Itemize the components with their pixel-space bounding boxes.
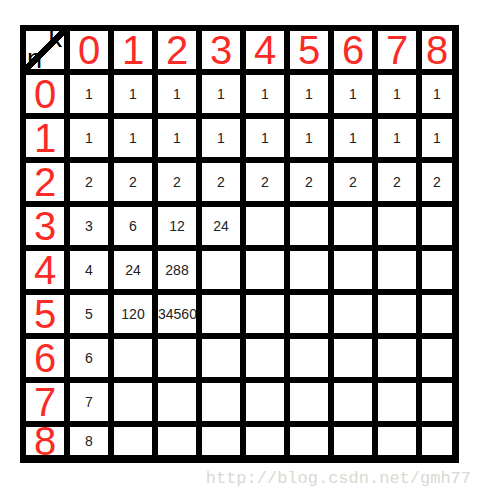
cell-n7-k0: 7 bbox=[70, 383, 108, 421]
cell-n2-k1: 2 bbox=[114, 163, 152, 201]
cell-n3-k2: 12 bbox=[158, 207, 196, 245]
cell-n7-k3 bbox=[202, 383, 240, 421]
cell-n5-k2: 34560 bbox=[158, 295, 196, 333]
cell-n2-k8: 2 bbox=[422, 163, 452, 201]
cell-n7-k1 bbox=[114, 383, 152, 421]
corner-label-k: k bbox=[49, 25, 63, 52]
cell-n4-k1: 24 bbox=[114, 251, 152, 289]
cell-n8-k4 bbox=[246, 427, 284, 455]
col-header-5: 5 bbox=[290, 31, 328, 69]
cell-n0-k6: 1 bbox=[334, 75, 372, 113]
cell-n5-k1: 120 bbox=[114, 295, 152, 333]
cell-n5-k5 bbox=[290, 295, 328, 333]
cell-n8-k7 bbox=[378, 427, 416, 455]
row-header-1: 1 bbox=[26, 119, 64, 157]
cell-n0-k3: 1 bbox=[202, 75, 240, 113]
cell-n4-k3 bbox=[202, 251, 240, 289]
cell-n1-k8: 1 bbox=[422, 119, 452, 157]
cell-n6-k4 bbox=[246, 339, 284, 377]
cell-n7-k8 bbox=[422, 383, 452, 421]
cell-n2-k3: 2 bbox=[202, 163, 240, 201]
cell-n7-k7 bbox=[378, 383, 416, 421]
cell-n6-k6 bbox=[334, 339, 372, 377]
cell-n3-k1: 6 bbox=[114, 207, 152, 245]
cell-n1-k3: 1 bbox=[202, 119, 240, 157]
cell-n6-k0: 6 bbox=[70, 339, 108, 377]
cell-n7-k5 bbox=[290, 383, 328, 421]
col-header-3: 3 bbox=[202, 31, 240, 69]
cell-n4-k8 bbox=[422, 251, 452, 289]
cell-n0-k8: 1 bbox=[422, 75, 452, 113]
col-header-8: 8 bbox=[422, 31, 452, 69]
cell-n2-k2: 2 bbox=[158, 163, 196, 201]
col-header-0: 0 bbox=[70, 31, 108, 69]
cell-n1-k0: 1 bbox=[70, 119, 108, 157]
cell-n6-k2 bbox=[158, 339, 196, 377]
row-header-2: 2 bbox=[26, 163, 64, 201]
col-header-1: 1 bbox=[114, 31, 152, 69]
cell-n4-k5 bbox=[290, 251, 328, 289]
cell-n8-k2 bbox=[158, 427, 196, 455]
col-header-6: 6 bbox=[334, 31, 372, 69]
col-header-2: 2 bbox=[158, 31, 196, 69]
cell-n0-k7: 1 bbox=[378, 75, 416, 113]
cell-n8-k0: 8 bbox=[70, 427, 108, 455]
cell-n3-k3: 24 bbox=[202, 207, 240, 245]
cell-n8-k3 bbox=[202, 427, 240, 455]
cell-n2-k7: 2 bbox=[378, 163, 416, 201]
cell-n8-k5 bbox=[290, 427, 328, 455]
cell-n3-k5 bbox=[290, 207, 328, 245]
cell-n4-k7 bbox=[378, 251, 416, 289]
cell-n1-k7: 1 bbox=[378, 119, 416, 157]
cell-n6-k1 bbox=[114, 339, 152, 377]
cell-n6-k3 bbox=[202, 339, 240, 377]
watermark-url: http://blog.csdn.net/gmh77 bbox=[206, 469, 471, 488]
cell-n0-k0: 1 bbox=[70, 75, 108, 113]
cell-n7-k2 bbox=[158, 383, 196, 421]
cell-n6-k5 bbox=[290, 339, 328, 377]
cell-n8-k1 bbox=[114, 427, 152, 455]
row-header-3: 3 bbox=[26, 207, 64, 245]
cell-n6-k8 bbox=[422, 339, 452, 377]
col-header-7: 7 bbox=[378, 31, 416, 69]
cell-n5-k4 bbox=[246, 295, 284, 333]
cell-n1-k4: 1 bbox=[246, 119, 284, 157]
col-header-4: 4 bbox=[246, 31, 284, 69]
row-header-6: 6 bbox=[26, 339, 64, 377]
cell-n4-k6 bbox=[334, 251, 372, 289]
corner-label-n: n bbox=[27, 46, 42, 73]
cell-n2-k0: 2 bbox=[70, 163, 108, 201]
cell-n3-k0: 3 bbox=[70, 207, 108, 245]
row-header-0: 0 bbox=[26, 75, 64, 113]
cell-n8-k6 bbox=[334, 427, 372, 455]
number-table-board: kn01234567801111111111111111111222222222… bbox=[20, 25, 459, 463]
cell-n0-k5: 1 bbox=[290, 75, 328, 113]
cell-n1-k1: 1 bbox=[114, 119, 152, 157]
cell-n3-k8 bbox=[422, 207, 452, 245]
cell-n0-k1: 1 bbox=[114, 75, 152, 113]
cell-n1-k5: 1 bbox=[290, 119, 328, 157]
cell-n5-k6 bbox=[334, 295, 372, 333]
cell-n2-k4: 2 bbox=[246, 163, 284, 201]
cell-n3-k6 bbox=[334, 207, 372, 245]
cell-n5-k8 bbox=[422, 295, 452, 333]
cell-n3-k7 bbox=[378, 207, 416, 245]
cell-n4-k0: 4 bbox=[70, 251, 108, 289]
row-header-7: 7 bbox=[26, 383, 64, 421]
cell-n1-k2: 1 bbox=[158, 119, 196, 157]
cell-n4-k4 bbox=[246, 251, 284, 289]
cell-n0-k4: 1 bbox=[246, 75, 284, 113]
cell-n3-k4 bbox=[246, 207, 284, 245]
row-header-5: 5 bbox=[26, 295, 64, 333]
cell-n4-k2: 288 bbox=[158, 251, 196, 289]
cell-n5-k7 bbox=[378, 295, 416, 333]
cell-n2-k5: 2 bbox=[290, 163, 328, 201]
cell-n5-k3 bbox=[202, 295, 240, 333]
cell-n5-k0: 5 bbox=[70, 295, 108, 333]
cell-n7-k4 bbox=[246, 383, 284, 421]
corner-cell: kn bbox=[26, 31, 64, 69]
row-header-4: 4 bbox=[26, 251, 64, 289]
cell-n6-k7 bbox=[378, 339, 416, 377]
cell-n8-k8 bbox=[422, 427, 452, 455]
cell-n1-k6: 1 bbox=[334, 119, 372, 157]
cell-n2-k6: 2 bbox=[334, 163, 372, 201]
cell-n7-k6 bbox=[334, 383, 372, 421]
row-header-8: 8 bbox=[26, 427, 64, 455]
cell-n0-k2: 1 bbox=[158, 75, 196, 113]
